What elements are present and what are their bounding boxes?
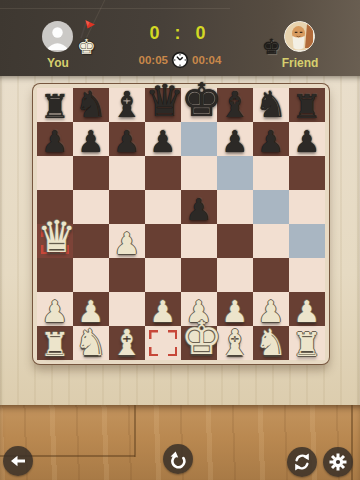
piece-white-queen-a4[interactable]: ♛ — [37, 215, 73, 259]
square-e3[interactable] — [181, 258, 217, 292]
wall-seam — [0, 8, 230, 9]
square-d1[interactable] — [145, 326, 181, 360]
square-d6[interactable] — [145, 156, 181, 190]
piece-white-rook-a1[interactable]: ♜ — [37, 328, 73, 361]
square-b3[interactable] — [73, 258, 109, 292]
avatar-friend — [284, 21, 315, 52]
piece-black-bishop-c8[interactable]: ♝ — [109, 87, 145, 123]
undo-arrow-icon — [168, 449, 188, 469]
piece-black-knight-b8[interactable]: ♞ — [73, 87, 109, 123]
last-move-bracket-d1 — [149, 330, 177, 356]
piece-black-bishop-f8[interactable]: ♝ — [217, 87, 253, 123]
square-f6[interactable] — [217, 156, 253, 190]
square-f3[interactable] — [217, 258, 253, 292]
square-c2[interactable] — [109, 292, 145, 326]
chess-board: ♜♞♝♛♚♝♞♜♟♟♟♟♟♟♟♟♛♟♟♟♟♟♟♟♟♜♞♝♚♝♞♜ — [33, 84, 329, 364]
square-b5[interactable] — [73, 190, 109, 224]
gear-icon — [328, 452, 348, 472]
piece-white-bishop-c1[interactable]: ♝ — [109, 325, 145, 361]
square-g4[interactable] — [253, 224, 289, 258]
back-arrow-icon — [8, 451, 28, 471]
piece-white-pawn-h2[interactable]: ♟ — [289, 297, 325, 327]
alarm-clock-icon — [171, 51, 189, 69]
square-g6[interactable] — [253, 156, 289, 190]
timer-friend: 00:04 — [192, 54, 232, 66]
square-b4[interactable] — [73, 224, 109, 258]
undo-button[interactable] — [163, 444, 193, 474]
timer-you: 00:05 — [128, 54, 168, 66]
player-name-friend: Friend — [281, 56, 319, 70]
piece-black-pawn-b7[interactable]: ♟ — [73, 127, 109, 157]
square-c3[interactable] — [109, 258, 145, 292]
white-king-icon: ♚ — [77, 37, 96, 58]
square-f4[interactable] — [217, 224, 253, 258]
square-h4[interactable] — [289, 224, 325, 258]
square-h6[interactable] — [289, 156, 325, 190]
square-g5[interactable] — [253, 190, 289, 224]
person-silhouette-icon — [42, 21, 73, 52]
score: 0 : 0 — [130, 23, 230, 44]
square-g3[interactable] — [253, 258, 289, 292]
piece-black-rook-h8[interactable]: ♜ — [289, 90, 325, 123]
piece-white-pawn-d2[interactable]: ♟ — [145, 297, 181, 327]
piece-black-knight-g8[interactable]: ♞ — [253, 87, 289, 123]
square-h5[interactable] — [289, 190, 325, 224]
rotate-sync-icon — [292, 452, 312, 472]
piece-black-pawn-h7[interactable]: ♟ — [289, 127, 325, 157]
piece-black-pawn-g7[interactable]: ♟ — [253, 127, 289, 157]
piece-black-pawn-d7[interactable]: ♟ — [145, 127, 181, 157]
piece-black-queen-d8[interactable]: ♛ — [145, 79, 181, 123]
square-a6[interactable] — [37, 156, 73, 190]
elder-portrait-icon — [285, 22, 313, 50]
piece-black-pawn-a7[interactable]: ♟ — [37, 127, 73, 157]
chess-app: You ♚ 0 : 0 00:05 00:04 ♚ Friend — [0, 0, 360, 480]
piece-black-pawn-c7[interactable]: ♟ — [109, 127, 145, 157]
square-a3[interactable] — [37, 258, 73, 292]
piece-white-pawn-a2[interactable]: ♟ — [37, 297, 73, 327]
piece-black-pawn-f7[interactable]: ♟ — [217, 127, 253, 157]
piece-white-knight-b1[interactable]: ♞ — [73, 325, 109, 361]
piece-white-rook-h1[interactable]: ♜ — [289, 328, 325, 361]
square-c6[interactable] — [109, 156, 145, 190]
square-d5[interactable] — [145, 190, 181, 224]
piece-white-knight-g1[interactable]: ♞ — [253, 325, 289, 361]
piece-black-pawn-e5[interactable]: ♟ — [181, 195, 217, 225]
black-king-icon: ♚ — [262, 37, 281, 58]
square-b6[interactable] — [73, 156, 109, 190]
piece-white-pawn-c4[interactable]: ♟ — [109, 229, 145, 259]
square-e4[interactable] — [181, 224, 217, 258]
back-button[interactable] — [3, 446, 33, 476]
avatar-you — [42, 21, 73, 52]
piece-black-king-e8[interactable]: ♚ — [181, 77, 217, 123]
square-c5[interactable] — [109, 190, 145, 224]
piece-white-bishop-f1[interactable]: ♝ — [217, 325, 253, 361]
square-d3[interactable] — [145, 258, 181, 292]
square-e6[interactable] — [181, 156, 217, 190]
square-d4[interactable] — [145, 224, 181, 258]
settings-button[interactable] — [323, 447, 353, 477]
square-h3[interactable] — [289, 258, 325, 292]
player-name-you: You — [40, 56, 76, 70]
square-f5[interactable] — [217, 190, 253, 224]
piece-black-rook-a8[interactable]: ♜ — [37, 90, 73, 123]
floor-plank-seam — [134, 405, 136, 457]
piece-white-king-e1[interactable]: ♚ — [181, 315, 217, 361]
rotate-button[interactable] — [287, 447, 317, 477]
